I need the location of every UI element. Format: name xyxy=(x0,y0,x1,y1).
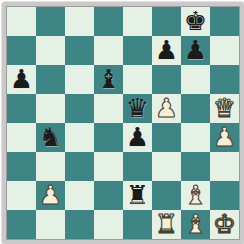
square-f3[interactable] xyxy=(152,152,181,181)
white-pawn-piece: ♟ xyxy=(39,181,62,210)
square-h5[interactable]: ♛ xyxy=(210,94,239,123)
square-a8[interactable] xyxy=(7,7,36,36)
black-pawn-piece: ♟ xyxy=(155,36,178,65)
square-c3[interactable] xyxy=(65,152,94,181)
square-e3[interactable] xyxy=(123,152,152,181)
black-pawn-piece: ♟ xyxy=(126,123,149,152)
board-frame: ♚♟♟♟♝♛♟♛♞♟♟♟♜♝♜♝♚ xyxy=(1,1,244,244)
square-f8[interactable] xyxy=(152,7,181,36)
square-h2[interactable] xyxy=(210,181,239,210)
square-c2[interactable] xyxy=(65,181,94,210)
square-c1[interactable] xyxy=(65,210,94,239)
square-b5[interactable] xyxy=(36,94,65,123)
white-rook-piece: ♜ xyxy=(155,210,178,239)
white-pawn-piece: ♟ xyxy=(155,94,178,123)
square-a6[interactable]: ♟ xyxy=(7,65,36,94)
square-d7[interactable] xyxy=(94,36,123,65)
square-c4[interactable] xyxy=(65,123,94,152)
white-king-piece: ♚ xyxy=(213,210,236,239)
square-a3[interactable] xyxy=(7,152,36,181)
square-g8[interactable]: ♚ xyxy=(181,7,210,36)
square-a1[interactable] xyxy=(7,210,36,239)
square-g6[interactable] xyxy=(181,65,210,94)
square-g7[interactable]: ♟ xyxy=(181,36,210,65)
square-a7[interactable] xyxy=(7,36,36,65)
square-f5[interactable]: ♟ xyxy=(152,94,181,123)
square-e7[interactable] xyxy=(123,36,152,65)
square-a2[interactable] xyxy=(7,181,36,210)
chess-board: ♚♟♟♟♝♛♟♛♞♟♟♟♜♝♜♝♚ xyxy=(7,7,239,239)
square-b6[interactable] xyxy=(36,65,65,94)
square-e8[interactable] xyxy=(123,7,152,36)
white-pawn-piece: ♟ xyxy=(213,123,236,152)
square-g4[interactable] xyxy=(181,123,210,152)
square-f2[interactable] xyxy=(152,181,181,210)
square-h6[interactable] xyxy=(210,65,239,94)
square-h1[interactable]: ♚ xyxy=(210,210,239,239)
square-f6[interactable] xyxy=(152,65,181,94)
square-b1[interactable] xyxy=(36,210,65,239)
square-d4[interactable] xyxy=(94,123,123,152)
square-b3[interactable] xyxy=(36,152,65,181)
square-a5[interactable] xyxy=(7,94,36,123)
black-pawn-piece: ♟ xyxy=(184,36,207,65)
square-c5[interactable] xyxy=(65,94,94,123)
square-g3[interactable] xyxy=(181,152,210,181)
black-king-piece: ♚ xyxy=(184,7,207,36)
square-e6[interactable] xyxy=(123,65,152,94)
square-a4[interactable] xyxy=(7,123,36,152)
square-b7[interactable] xyxy=(36,36,65,65)
square-d1[interactable] xyxy=(94,210,123,239)
black-bishop-piece: ♝ xyxy=(97,65,120,94)
square-d6[interactable]: ♝ xyxy=(94,65,123,94)
square-d5[interactable] xyxy=(94,94,123,123)
square-g5[interactable] xyxy=(181,94,210,123)
square-b4[interactable]: ♞ xyxy=(36,123,65,152)
square-c6[interactable] xyxy=(65,65,94,94)
square-e5[interactable]: ♛ xyxy=(123,94,152,123)
black-knight-piece: ♞ xyxy=(39,123,62,152)
black-rook-piece: ♜ xyxy=(126,181,149,210)
square-h4[interactable]: ♟ xyxy=(210,123,239,152)
black-queen-piece: ♛ xyxy=(126,94,149,123)
square-d8[interactable] xyxy=(94,7,123,36)
square-g1[interactable]: ♝ xyxy=(181,210,210,239)
square-h3[interactable] xyxy=(210,152,239,181)
square-c8[interactable] xyxy=(65,7,94,36)
square-d3[interactable] xyxy=(94,152,123,181)
square-f1[interactable]: ♜ xyxy=(152,210,181,239)
square-b8[interactable] xyxy=(36,7,65,36)
square-e1[interactable] xyxy=(123,210,152,239)
square-e4[interactable]: ♟ xyxy=(123,123,152,152)
square-f4[interactable] xyxy=(152,123,181,152)
square-d2[interactable] xyxy=(94,181,123,210)
white-bishop-piece: ♝ xyxy=(184,181,207,210)
square-g2[interactable]: ♝ xyxy=(181,181,210,210)
square-h8[interactable] xyxy=(210,7,239,36)
white-bishop-piece: ♝ xyxy=(184,210,207,239)
black-pawn-piece: ♟ xyxy=(10,65,33,94)
square-h7[interactable] xyxy=(210,36,239,65)
square-b2[interactable]: ♟ xyxy=(36,181,65,210)
white-queen-piece: ♛ xyxy=(213,94,236,123)
square-c7[interactable] xyxy=(65,36,94,65)
square-e2[interactable]: ♜ xyxy=(123,181,152,210)
square-f7[interactable]: ♟ xyxy=(152,36,181,65)
